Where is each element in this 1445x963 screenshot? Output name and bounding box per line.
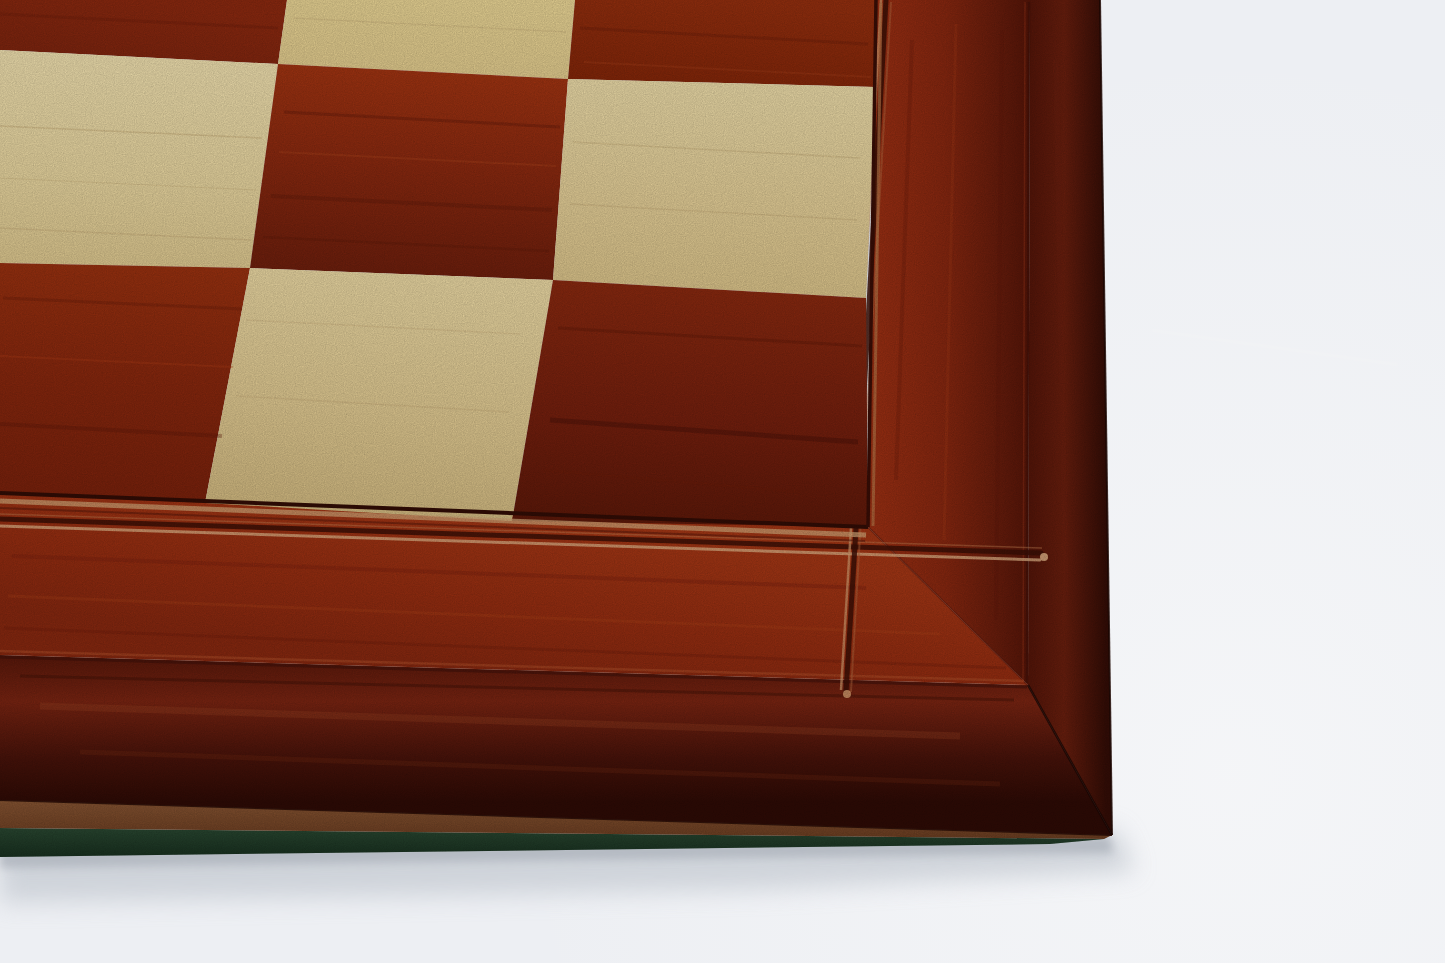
- chessboard: [0, 0, 1130, 860]
- chessboard-corner-photo: [0, 0, 1445, 963]
- photo-noise-overlay: [0, 0, 1130, 860]
- photo-stage: [0, 0, 1445, 963]
